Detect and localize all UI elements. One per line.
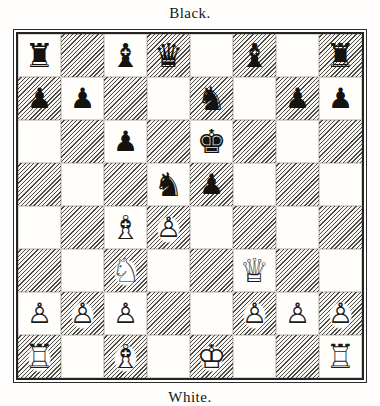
piece-black-bishop: ♝ [111, 34, 141, 77]
piece-white-pawn: ♙ [27, 292, 52, 335]
square-f7[interactable] [233, 77, 276, 120]
square-a7[interactable]: ♟ [18, 77, 61, 120]
square-e2[interactable] [190, 292, 233, 335]
square-c7[interactable] [104, 77, 147, 120]
square-c1[interactable]: ♗ [104, 335, 147, 378]
piece-white-pawn: ♙ [328, 292, 353, 335]
square-d3[interactable] [147, 249, 190, 292]
square-e3[interactable] [190, 249, 233, 292]
piece-black-queen: ♛ [154, 34, 184, 77]
piece-black-rook: ♜ [25, 34, 55, 77]
square-c4[interactable]: ♗ [104, 206, 147, 249]
square-f6[interactable] [233, 120, 276, 163]
square-f5[interactable] [233, 163, 276, 206]
square-g6[interactable] [276, 120, 319, 163]
square-d6[interactable] [147, 120, 190, 163]
square-a2[interactable]: ♙ [18, 292, 61, 335]
square-c6[interactable]: ♟ [104, 120, 147, 163]
square-b2[interactable]: ♙ [61, 292, 104, 335]
square-c2[interactable]: ♙ [104, 292, 147, 335]
piece-white-bishop: ♗ [111, 335, 141, 378]
square-g4[interactable] [276, 206, 319, 249]
square-f4[interactable] [233, 206, 276, 249]
square-e7[interactable]: ♞ [190, 77, 233, 120]
piece-white-king: ♔ [197, 335, 227, 378]
chess-diagram-page: Black. ♜♝♛♝♜♟♟♞♟♟♟♚♞♟♗♙♘♕♙♙♙♙♙♙♖♗♔♖ Whit… [0, 0, 380, 406]
piece-white-pawn: ♙ [156, 206, 181, 249]
piece-white-queen: ♕ [240, 249, 270, 292]
piece-black-bishop: ♝ [240, 34, 270, 77]
square-d4[interactable]: ♙ [147, 206, 190, 249]
piece-black-rook: ♜ [326, 34, 356, 77]
piece-black-pawn: ♟ [27, 77, 52, 120]
square-e4[interactable] [190, 206, 233, 249]
piece-white-bishop: ♗ [111, 206, 141, 249]
square-a6[interactable] [18, 120, 61, 163]
square-f1[interactable] [233, 335, 276, 378]
square-e5[interactable]: ♟ [190, 163, 233, 206]
square-b8[interactable] [61, 34, 104, 77]
square-h2[interactable]: ♙ [319, 292, 362, 335]
square-b7[interactable]: ♟ [61, 77, 104, 120]
square-g2[interactable]: ♙ [276, 292, 319, 335]
square-a1[interactable]: ♖ [18, 335, 61, 378]
square-b1[interactable] [61, 335, 104, 378]
piece-black-pawn: ♟ [70, 77, 95, 120]
square-c8[interactable]: ♝ [104, 34, 147, 77]
square-e8[interactable] [190, 34, 233, 77]
square-d8[interactable]: ♛ [147, 34, 190, 77]
piece-black-knight: ♞ [154, 163, 184, 206]
square-a3[interactable] [18, 249, 61, 292]
square-g1[interactable] [276, 335, 319, 378]
square-a4[interactable] [18, 206, 61, 249]
square-h5[interactable] [319, 163, 362, 206]
board-frame: ♜♝♛♝♜♟♟♞♟♟♟♚♞♟♗♙♘♕♙♙♙♙♙♙♖♗♔♖ [13, 29, 367, 383]
square-d1[interactable] [147, 335, 190, 378]
square-c5[interactable] [104, 163, 147, 206]
square-a5[interactable] [18, 163, 61, 206]
piece-black-pawn: ♟ [328, 77, 353, 120]
piece-white-knight: ♘ [111, 249, 141, 292]
square-b4[interactable] [61, 206, 104, 249]
square-e1[interactable]: ♔ [190, 335, 233, 378]
square-g7[interactable]: ♟ [276, 77, 319, 120]
piece-white-pawn: ♙ [242, 292, 267, 335]
piece-white-pawn: ♙ [113, 292, 138, 335]
piece-white-pawn: ♙ [70, 292, 95, 335]
square-f3[interactable]: ♕ [233, 249, 276, 292]
white-side-label: White. [0, 383, 380, 405]
square-g3[interactable] [276, 249, 319, 292]
square-d5[interactable]: ♞ [147, 163, 190, 206]
square-f8[interactable]: ♝ [233, 34, 276, 77]
square-b5[interactable] [61, 163, 104, 206]
square-d2[interactable] [147, 292, 190, 335]
piece-black-pawn: ♟ [199, 163, 224, 206]
square-d7[interactable] [147, 77, 190, 120]
square-c3[interactable]: ♘ [104, 249, 147, 292]
square-h3[interactable] [319, 249, 362, 292]
square-a8[interactable]: ♜ [18, 34, 61, 77]
square-e6[interactable]: ♚ [190, 120, 233, 163]
piece-black-king: ♚ [197, 120, 227, 163]
square-g5[interactable] [276, 163, 319, 206]
piece-black-pawn: ♟ [113, 120, 138, 163]
piece-white-rook: ♖ [25, 335, 55, 378]
piece-white-rook: ♖ [326, 335, 356, 378]
piece-white-pawn: ♙ [285, 292, 310, 335]
piece-black-knight: ♞ [197, 77, 227, 120]
square-h7[interactable]: ♟ [319, 77, 362, 120]
square-b3[interactable] [61, 249, 104, 292]
square-h4[interactable] [319, 206, 362, 249]
square-h6[interactable] [319, 120, 362, 163]
square-h8[interactable]: ♜ [319, 34, 362, 77]
square-g8[interactable] [276, 34, 319, 77]
board-inner-border: ♜♝♛♝♜♟♟♞♟♟♟♚♞♟♗♙♘♕♙♙♙♙♙♙♖♗♔♖ [16, 32, 364, 380]
chess-board: ♜♝♛♝♜♟♟♞♟♟♟♚♞♟♗♙♘♕♙♙♙♙♙♙♖♗♔♖ [18, 34, 362, 378]
square-f2[interactable]: ♙ [233, 292, 276, 335]
black-side-label: Black. [0, 0, 380, 29]
piece-black-pawn: ♟ [285, 77, 310, 120]
square-h1[interactable]: ♖ [319, 335, 362, 378]
square-b6[interactable] [61, 120, 104, 163]
